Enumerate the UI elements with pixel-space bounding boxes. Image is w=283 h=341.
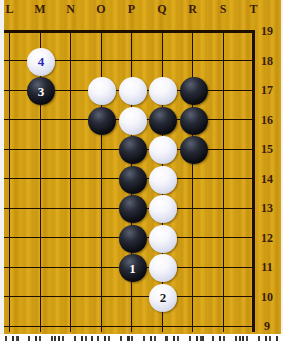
stone-black-P15[interactable] (119, 136, 147, 164)
stone-black-R15[interactable] (180, 136, 208, 164)
move-number: 2 (160, 291, 167, 304)
stone-white-Q13[interactable] (149, 195, 177, 223)
grid-line-h-10 (4, 296, 255, 297)
col-label-S: S (213, 2, 233, 17)
grid-line-v-O (101, 30, 102, 333)
row-label-9: 9 (255, 318, 279, 334)
col-label-T: T (244, 2, 264, 17)
stone-black-R17[interactable] (180, 77, 208, 105)
row-label-14: 14 (255, 171, 279, 187)
stone-white-P17[interactable] (119, 77, 147, 105)
row-label-19: 19 (255, 23, 279, 39)
col-label-Q: Q (152, 2, 172, 17)
stone-white-Q15[interactable] (149, 136, 177, 164)
row-label-15: 15 (255, 141, 279, 157)
stone-black-P13[interactable] (119, 195, 147, 223)
row-label-18: 18 (255, 53, 279, 69)
stone-white-M18-move-4[interactable]: 4 (27, 48, 55, 76)
col-label-O: O (91, 2, 111, 17)
stone-black-O16[interactable] (88, 107, 116, 135)
stone-white-Q17[interactable] (149, 77, 177, 105)
grid-line-v-S (223, 30, 224, 333)
stone-black-R16[interactable] (180, 107, 208, 135)
move-number: 4 (38, 55, 45, 68)
col-label-P: P (122, 2, 142, 17)
move-number: 1 (129, 262, 136, 275)
page-margin-left (0, 0, 4, 341)
grid-line-v-L (9, 30, 10, 333)
stone-black-M17-move-3[interactable]: 3 (27, 77, 55, 105)
row-label-11: 11 (255, 259, 279, 275)
grid-line-h-19 (4, 30, 255, 33)
col-label-R: R (183, 2, 203, 17)
stone-black-Q16[interactable] (149, 107, 177, 135)
stone-white-Q11[interactable] (149, 254, 177, 282)
stone-white-Q12[interactable] (149, 225, 177, 253)
row-label-16: 16 (255, 112, 279, 128)
col-label-N: N (61, 2, 81, 17)
clipped-caption-strip (0, 334, 283, 341)
stone-white-Q14[interactable] (149, 166, 177, 194)
row-label-13: 13 (255, 200, 279, 216)
stone-white-O17[interactable] (88, 77, 116, 105)
row-label-17: 17 (255, 82, 279, 98)
row-label-10: 10 (255, 289, 279, 305)
stone-black-P12[interactable] (119, 225, 147, 253)
col-label-M: M (30, 2, 50, 17)
stone-white-Q10-move-2[interactable]: 2 (149, 284, 177, 312)
stone-white-P16[interactable] (119, 107, 147, 135)
stone-black-P14[interactable] (119, 166, 147, 194)
go-diagram-page: LMNOPQRST 191817161514131211109 4312 (0, 0, 283, 341)
grid-line-v-N (70, 30, 71, 333)
page-margin-right (281, 0, 283, 341)
grid-line-h-9 (4, 326, 255, 327)
goban[interactable]: LMNOPQRST 191817161514131211109 4312 (4, 0, 281, 334)
clipped-caption-fragment (2, 336, 281, 341)
move-number: 3 (38, 85, 45, 98)
stone-black-P11-move-1[interactable]: 1 (119, 254, 147, 282)
row-label-12: 12 (255, 230, 279, 246)
grid-line-v-R (192, 30, 193, 333)
